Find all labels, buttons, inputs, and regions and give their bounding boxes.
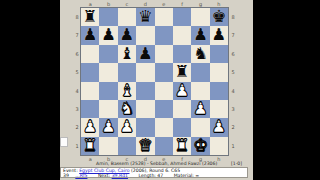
white-pawn-piece: ♟ — [210, 118, 228, 136]
square-e6 — [155, 45, 173, 63]
stats-line: 39 ...Rf5 Next: 39.Rd1 Length: 47 Materi… — [61, 173, 247, 178]
file-labels-top: abcdefgh — [81, 1, 228, 7]
square-f1: ♜ — [173, 137, 191, 155]
rank-label-4: 4 — [74, 82, 80, 100]
game-result: [1-0] — [231, 161, 242, 166]
square-h4 — [210, 82, 228, 100]
file-label-b: b — [99, 1, 117, 7]
square-h6 — [210, 45, 228, 63]
square-h2: ♟ — [210, 118, 228, 136]
square-a1: ♜ — [81, 137, 99, 155]
black-pawn-piece: ♟ — [118, 26, 136, 44]
rank-label-8: 8 — [230, 8, 236, 26]
event-link[interactable]: Egypt Club Cup, Cairo — [79, 168, 129, 173]
square-f5: ♜ — [173, 63, 191, 81]
square-g2 — [191, 118, 209, 136]
square-d6: ♟ — [136, 45, 154, 63]
square-f4: ♟ — [173, 82, 191, 100]
right-letterbox — [253, 0, 320, 180]
players-line: Amin, Bassem (2528) - Sebbah, Ahmed Fawz… — [96, 161, 228, 166]
rank-label-2: 2 — [230, 118, 236, 136]
white-pawn-piece: ♟ — [118, 118, 136, 136]
black-rook-piece: ♜ — [81, 8, 99, 26]
square-g3: ♟ — [191, 100, 209, 118]
square-b1 — [99, 137, 117, 155]
white-king-piece: ♚ — [191, 137, 209, 155]
square-b5 — [99, 63, 117, 81]
square-g5 — [191, 63, 209, 81]
square-e7 — [155, 26, 173, 44]
square-f2 — [173, 118, 191, 136]
square-b2: ♟ — [99, 118, 117, 136]
square-e8 — [155, 8, 173, 26]
black-rook-piece: ♜ — [173, 63, 191, 81]
square-h8: ♚ — [210, 8, 228, 26]
square-c6: ♝ — [118, 45, 136, 63]
square-f8 — [173, 8, 191, 26]
white-bishop-piece: ♝ — [118, 82, 136, 100]
square-c4: ♝ — [118, 82, 136, 100]
black-pawn-piece: ♟ — [136, 45, 154, 63]
rank-label-1: 1 — [74, 137, 80, 155]
square-f3 — [173, 100, 191, 118]
square-a3 — [81, 100, 99, 118]
file-label-c: c — [118, 1, 136, 7]
square-b8 — [99, 8, 117, 26]
square-f6 — [173, 45, 191, 63]
square-e1 — [155, 137, 173, 155]
square-b6 — [99, 45, 117, 63]
material-value: = — [195, 173, 199, 178]
square-h1 — [210, 137, 228, 155]
move-number: 39 — [63, 173, 69, 178]
square-h7: ♟ — [210, 26, 228, 44]
rank-label-6: 6 — [230, 45, 236, 63]
black-king-piece: ♚ — [210, 8, 228, 26]
square-f7 — [173, 26, 191, 44]
square-g7: ♟ — [191, 26, 209, 44]
black-pawn-piece: ♟ — [191, 26, 209, 44]
file-label-e: e — [155, 1, 173, 7]
square-e2 — [155, 118, 173, 136]
square-a5 — [81, 63, 99, 81]
length-value: 47 — [157, 173, 163, 178]
file-label-g: g — [191, 1, 209, 7]
rank-label-5: 5 — [74, 63, 80, 81]
rank-label-6: 6 — [74, 45, 80, 63]
event-details: (2006), Round 6. C65 — [130, 168, 181, 173]
rank-label-3: 3 — [74, 100, 80, 118]
square-b4 — [99, 82, 117, 100]
square-a2: ♟ — [81, 118, 99, 136]
square-g4 — [191, 82, 209, 100]
event-label: Event: — [63, 168, 78, 173]
white-pawn-piece: ♟ — [99, 118, 117, 136]
white-pawn-piece: ♟ — [81, 118, 99, 136]
square-a4 — [81, 82, 99, 100]
side-marker — [60, 137, 68, 147]
next-move[interactable]: 39.Rd1 — [112, 173, 128, 178]
square-d3 — [136, 100, 154, 118]
square-e4 — [155, 82, 173, 100]
square-b7: ♟ — [99, 26, 117, 44]
square-a6 — [81, 45, 99, 63]
rank-labels-right: 87654321 — [230, 8, 236, 155]
square-a7: ♟ — [81, 26, 99, 44]
square-b3 — [99, 100, 117, 118]
black-queen-piece: ♛ — [136, 8, 154, 26]
black-bishop-piece: ♝ — [118, 45, 136, 63]
square-d7 — [136, 26, 154, 44]
square-c8 — [118, 8, 136, 26]
length-label: Length: — [138, 173, 155, 178]
rank-label-3: 3 — [230, 100, 236, 118]
file-label-f: f — [173, 1, 191, 7]
video-frame: abcdefgh abcdefgh 87654321 87654321 ♜♛♚♟… — [0, 0, 320, 180]
square-d1: ♛ — [136, 137, 154, 155]
square-e5 — [155, 63, 173, 81]
square-d2 — [136, 118, 154, 136]
square-a8: ♜ — [81, 8, 99, 26]
square-d4 — [136, 82, 154, 100]
last-move[interactable]: ...Rf5 — [75, 173, 87, 178]
square-c2: ♟ — [118, 118, 136, 136]
white-pawn-piece: ♟ — [173, 82, 191, 100]
black-pawn-piece: ♟ — [81, 26, 99, 44]
white-queen-piece: ♛ — [136, 137, 154, 155]
square-g1: ♚ — [191, 137, 209, 155]
rank-label-8: 8 — [74, 8, 80, 26]
square-c3: ♞ — [118, 100, 136, 118]
square-h3 — [210, 100, 228, 118]
square-g6: ♞ — [191, 45, 209, 63]
square-e3 — [155, 100, 173, 118]
game-info-panel: Event: Egypt Club Cup, Cairo (2006), Rou… — [60, 167, 248, 179]
rank-label-5: 5 — [230, 63, 236, 81]
rank-label-1: 1 — [230, 137, 236, 155]
square-c7: ♟ — [118, 26, 136, 44]
white-knight-piece: ♞ — [118, 100, 136, 118]
square-d5 — [136, 63, 154, 81]
white-rook-piece: ♜ — [81, 137, 99, 155]
rank-label-7: 7 — [74, 26, 80, 44]
chess-board: ♜♛♚♟♟♟♟♟♝♟♞♜♝♟♞♟♟♟♟♟♜♛♜♚ — [81, 8, 228, 155]
square-g8 — [191, 8, 209, 26]
rank-label-7: 7 — [230, 26, 236, 44]
black-knight-piece: ♞ — [191, 45, 209, 63]
rank-labels-left: 87654321 — [74, 8, 80, 155]
square-h5 — [210, 63, 228, 81]
white-pawn-piece: ♟ — [191, 100, 209, 118]
next-label: Next: — [98, 173, 110, 178]
square-c5 — [118, 63, 136, 81]
square-d8: ♛ — [136, 8, 154, 26]
black-pawn-piece: ♟ — [210, 26, 228, 44]
black-pawn-piece: ♟ — [99, 26, 117, 44]
white-rook-piece: ♜ — [173, 137, 191, 155]
material-label: Material: — [174, 173, 194, 178]
square-c1 — [118, 137, 136, 155]
rank-label-4: 4 — [230, 82, 236, 100]
rank-label-2: 2 — [74, 118, 80, 136]
left-letterbox — [0, 0, 60, 180]
